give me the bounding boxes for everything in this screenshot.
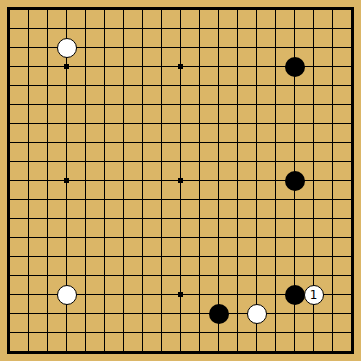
go-board-grid[interactable]: 1: [0, 0, 361, 361]
white-stone: 1: [304, 285, 324, 305]
black-stone: [285, 57, 305, 77]
star-point: [64, 178, 69, 183]
star-point: [178, 292, 183, 297]
star-point: [64, 64, 69, 69]
white-stone: [247, 304, 267, 324]
star-point: [178, 64, 183, 69]
black-stone: [209, 304, 229, 324]
go-board-diagram: 1: [0, 0, 361, 361]
move-number-label: 1: [310, 289, 318, 301]
white-stone: [57, 285, 77, 305]
star-point: [178, 178, 183, 183]
black-stone: [285, 171, 305, 191]
black-stone: [285, 285, 305, 305]
white-stone: [57, 38, 77, 58]
